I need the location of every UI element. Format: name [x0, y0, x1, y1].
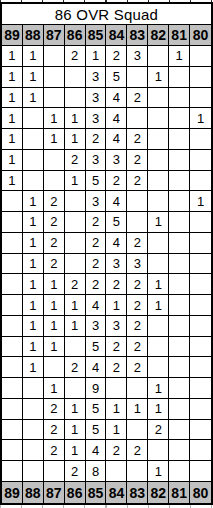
- cell-r17-ovr80: [190, 378, 211, 399]
- cell-r3-ovr82: [148, 88, 169, 109]
- cell-r8-ovr89: [2, 191, 23, 212]
- cell-r10-ovr82: [148, 233, 169, 254]
- cell-r12-ovr89: [2, 274, 23, 295]
- cell-r18-ovr86: 1: [65, 399, 86, 420]
- cell-r1-ovr85: 1: [86, 46, 107, 67]
- cell-r11-ovr83: 3: [127, 254, 148, 275]
- cell-r4-ovr84: 4: [106, 108, 127, 129]
- cell-r21-ovr82: 1: [148, 461, 169, 482]
- cell-r7-ovr84: 2: [106, 171, 127, 192]
- cell-r4-ovr88: [23, 108, 44, 129]
- cell-r6-ovr87: [44, 150, 65, 171]
- cell-r3-ovr86: [65, 88, 86, 109]
- cell-r9-ovr80: [190, 212, 211, 233]
- cell-r3-ovr80: [190, 88, 211, 109]
- header-cell-85: 85: [86, 25, 107, 46]
- cell-r15-ovr81: [169, 337, 190, 358]
- cell-r16-ovr86: 2: [65, 357, 86, 378]
- cell-r1-ovr88: 1: [23, 46, 44, 67]
- cell-r18-ovr85: 5: [86, 399, 107, 420]
- cell-r5-ovr87: 1: [44, 129, 65, 150]
- cell-r7-ovr81: [169, 171, 190, 192]
- cell-r8-ovr84: 4: [106, 191, 127, 212]
- cell-r6-ovr86: 2: [65, 150, 86, 171]
- cell-r14-ovr82: [148, 316, 169, 337]
- cell-r15-ovr84: 2: [106, 337, 127, 358]
- cell-r9-ovr81: [169, 212, 190, 233]
- cell-r10-ovr86: [65, 233, 86, 254]
- cell-r7-ovr85: 5: [86, 171, 107, 192]
- cell-r4-ovr81: [169, 108, 190, 129]
- cell-r14-ovr80: [190, 316, 211, 337]
- cell-r16-ovr80: [190, 357, 211, 378]
- cell-r4-ovr80: 1: [190, 108, 211, 129]
- header-cell-81: 81: [169, 25, 190, 46]
- cell-r8-ovr80: 1: [190, 191, 211, 212]
- cell-r16-ovr83: 2: [127, 357, 148, 378]
- cell-r20-ovr86: 1: [65, 440, 86, 461]
- cell-r11-ovr86: [65, 254, 86, 275]
- cell-r13-ovr85: 4: [86, 295, 107, 316]
- cell-r1-ovr86: 2: [65, 46, 86, 67]
- cell-r18-ovr88: [23, 399, 44, 420]
- cell-r8-ovr85: 3: [86, 191, 107, 212]
- cell-r12-ovr83: 2: [127, 274, 148, 295]
- cell-r16-ovr84: 2: [106, 357, 127, 378]
- cell-r16-ovr87: [44, 357, 65, 378]
- cell-r19-ovr83: [127, 420, 148, 441]
- cell-r2-ovr84: 5: [106, 67, 127, 88]
- cell-r20-ovr89: [2, 440, 23, 461]
- cell-r14-ovr86: 1: [65, 316, 86, 337]
- cell-r11-ovr84: 3: [106, 254, 127, 275]
- cell-r2-ovr88: 1: [23, 67, 44, 88]
- cell-r13-ovr84: 1: [106, 295, 127, 316]
- cell-r6-ovr88: [23, 150, 44, 171]
- footer-cell-82: 82: [148, 482, 169, 503]
- cell-r2-ovr81: [169, 67, 190, 88]
- cell-r5-ovr85: 2: [86, 129, 107, 150]
- cell-r14-ovr83: 2: [127, 316, 148, 337]
- cell-r19-ovr85: 5: [86, 420, 107, 441]
- cell-r3-ovr85: 3: [86, 88, 107, 109]
- cell-r15-ovr82: [148, 337, 169, 358]
- cell-r16-ovr88: 1: [23, 357, 44, 378]
- cell-r1-ovr82: [148, 46, 169, 67]
- cell-r19-ovr82: 2: [148, 420, 169, 441]
- cell-r8-ovr87: 2: [44, 191, 65, 212]
- footer-cell-81: 81: [169, 482, 190, 503]
- cell-r18-ovr81: [169, 399, 190, 420]
- cell-r20-ovr80: [190, 440, 211, 461]
- cell-r11-ovr87: 2: [44, 254, 65, 275]
- cell-r16-ovr81: [169, 357, 190, 378]
- cell-r7-ovr89: 1: [2, 171, 23, 192]
- cell-r14-ovr88: 1: [23, 316, 44, 337]
- cell-r20-ovr88: [23, 440, 44, 461]
- cell-r1-ovr84: 2: [106, 46, 127, 67]
- cell-r7-ovr86: 1: [65, 171, 86, 192]
- cell-r9-ovr84: 5: [106, 212, 127, 233]
- cell-r5-ovr89: 1: [2, 129, 23, 150]
- footer-cell-87: 87: [44, 482, 65, 503]
- cell-r4-ovr86: 1: [65, 108, 86, 129]
- cell-r3-ovr81: [169, 88, 190, 109]
- cell-r11-ovr88: 1: [23, 254, 44, 275]
- cell-r18-ovr83: 1: [127, 399, 148, 420]
- cell-r1-ovr83: 3: [127, 46, 148, 67]
- cell-r2-ovr87: [44, 67, 65, 88]
- footer-cell-85: 85: [86, 482, 107, 503]
- cell-r21-ovr80: [190, 461, 211, 482]
- cell-r20-ovr85: 4: [86, 440, 107, 461]
- cell-r2-ovr89: 1: [2, 67, 23, 88]
- cell-r2-ovr85: 3: [86, 67, 107, 88]
- cell-r11-ovr81: [169, 254, 190, 275]
- cell-r10-ovr88: 1: [23, 233, 44, 254]
- cell-r14-ovr87: 1: [44, 316, 65, 337]
- cell-r8-ovr83: [127, 191, 148, 212]
- cell-r15-ovr83: 2: [127, 337, 148, 358]
- cell-r8-ovr81: [169, 191, 190, 212]
- cell-r14-ovr89: [2, 316, 23, 337]
- cell-r17-ovr87: 1: [44, 378, 65, 399]
- cell-r14-ovr85: 3: [86, 316, 107, 337]
- cell-r9-ovr88: 1: [23, 212, 44, 233]
- cell-r1-ovr87: [44, 46, 65, 67]
- cell-r18-ovr84: 1: [106, 399, 127, 420]
- cell-r3-ovr87: [44, 88, 65, 109]
- cell-r17-ovr82: 1: [148, 378, 169, 399]
- cell-r20-ovr83: 2: [127, 440, 148, 461]
- cell-r19-ovr84: 1: [106, 420, 127, 441]
- cell-r15-ovr88: 1: [23, 337, 44, 358]
- cell-r15-ovr87: 1: [44, 337, 65, 358]
- footer-cell-84: 84: [106, 482, 127, 503]
- cell-r5-ovr82: [148, 129, 169, 150]
- cell-r10-ovr89: [2, 233, 23, 254]
- cell-r15-ovr89: [2, 337, 23, 358]
- rating-table: 86 OVR Squad 898887868584838281801121231…: [0, 2, 213, 505]
- cell-r9-ovr87: 2: [44, 212, 65, 233]
- cell-r19-ovr89: [2, 420, 23, 441]
- header-cell-80: 80: [190, 25, 211, 46]
- cell-r7-ovr80: [190, 171, 211, 192]
- cell-r11-ovr85: 2: [86, 254, 107, 275]
- cell-r5-ovr83: 2: [127, 129, 148, 150]
- cell-r10-ovr81: [169, 233, 190, 254]
- squad-rating-table-screenshot: 86 OVR Squad 898887868584838281801121231…: [0, 0, 213, 508]
- cell-r5-ovr88: [23, 129, 44, 150]
- cell-r15-ovr86: [65, 337, 86, 358]
- cell-r2-ovr80: [190, 67, 211, 88]
- cell-r13-ovr86: 1: [65, 295, 86, 316]
- cell-r19-ovr88: [23, 420, 44, 441]
- footer-cell-89: 89: [2, 482, 23, 503]
- cell-r18-ovr82: 1: [148, 399, 169, 420]
- cell-r6-ovr85: 3: [86, 150, 107, 171]
- cell-r17-ovr88: [23, 378, 44, 399]
- cell-r10-ovr80: [190, 233, 211, 254]
- cell-r12-ovr84: 2: [106, 274, 127, 295]
- cell-r21-ovr83: [127, 461, 148, 482]
- cell-r2-ovr86: [65, 67, 86, 88]
- cell-r17-ovr84: [106, 378, 127, 399]
- cell-r12-ovr85: 2: [86, 274, 107, 295]
- cell-r21-ovr84: [106, 461, 127, 482]
- footer-cell-83: 83: [127, 482, 148, 503]
- cell-r19-ovr80: [190, 420, 211, 441]
- cell-r7-ovr83: 2: [127, 171, 148, 192]
- header-cell-88: 88: [23, 25, 44, 46]
- cell-r2-ovr83: [127, 67, 148, 88]
- cell-r14-ovr84: 3: [106, 316, 127, 337]
- footer-cell-86: 86: [65, 482, 86, 503]
- header-cell-84: 84: [106, 25, 127, 46]
- header-cell-87: 87: [44, 25, 65, 46]
- cell-r11-ovr82: [148, 254, 169, 275]
- cell-r15-ovr85: 5: [86, 337, 107, 358]
- cell-r20-ovr84: 2: [106, 440, 127, 461]
- footer-cell-80: 80: [190, 482, 211, 503]
- cell-r10-ovr83: 2: [127, 233, 148, 254]
- cell-r9-ovr86: [65, 212, 86, 233]
- cell-r5-ovr84: 4: [106, 129, 127, 150]
- cell-r4-ovr83: [127, 108, 148, 129]
- cell-r7-ovr82: [148, 171, 169, 192]
- cell-r13-ovr89: [2, 295, 23, 316]
- cell-r17-ovr89: [2, 378, 23, 399]
- cell-r9-ovr89: [2, 212, 23, 233]
- cell-r9-ovr82: 1: [148, 212, 169, 233]
- cell-r17-ovr86: [65, 378, 86, 399]
- cell-r20-ovr81: [169, 440, 190, 461]
- cell-r3-ovr83: 2: [127, 88, 148, 109]
- cell-r16-ovr82: [148, 357, 169, 378]
- cell-r9-ovr83: [127, 212, 148, 233]
- cell-r13-ovr80: [190, 295, 211, 316]
- cell-r1-ovr80: [190, 46, 211, 67]
- cell-r10-ovr87: 2: [44, 233, 65, 254]
- footer-cell-88: 88: [23, 482, 44, 503]
- cell-r6-ovr83: 2: [127, 150, 148, 171]
- cell-r5-ovr80: [190, 129, 211, 150]
- cell-r5-ovr86: 1: [65, 129, 86, 150]
- cell-r12-ovr87: 1: [44, 274, 65, 295]
- cell-r6-ovr80: [190, 150, 211, 171]
- cell-r18-ovr80: [190, 399, 211, 420]
- cell-r7-ovr87: [44, 171, 65, 192]
- cell-r13-ovr88: 1: [23, 295, 44, 316]
- cell-r10-ovr84: 4: [106, 233, 127, 254]
- cell-r8-ovr82: [148, 191, 169, 212]
- cell-r11-ovr80: [190, 254, 211, 275]
- cell-r14-ovr81: [169, 316, 190, 337]
- cell-r13-ovr87: 1: [44, 295, 65, 316]
- cell-r4-ovr85: 3: [86, 108, 107, 129]
- cell-r19-ovr86: 1: [65, 420, 86, 441]
- cell-r13-ovr83: 2: [127, 295, 148, 316]
- cell-r12-ovr80: [190, 274, 211, 295]
- cell-r18-ovr89: [2, 399, 23, 420]
- cell-r21-ovr88: [23, 461, 44, 482]
- cell-r5-ovr81: [169, 129, 190, 150]
- cell-r6-ovr84: 3: [106, 150, 127, 171]
- cell-r1-ovr89: 1: [2, 46, 23, 67]
- cell-r21-ovr87: [44, 461, 65, 482]
- cell-r13-ovr82: 1: [148, 295, 169, 316]
- cell-r12-ovr82: 1: [148, 274, 169, 295]
- cell-r15-ovr80: [190, 337, 211, 358]
- header-cell-89: 89: [2, 25, 23, 46]
- cell-r20-ovr82: [148, 440, 169, 461]
- cell-r2-ovr82: 1: [148, 67, 169, 88]
- cell-r3-ovr84: 4: [106, 88, 127, 109]
- cell-r3-ovr88: 1: [23, 88, 44, 109]
- cell-r21-ovr89: [2, 461, 23, 482]
- cell-r6-ovr81: [169, 150, 190, 171]
- cell-r8-ovr88: 1: [23, 191, 44, 212]
- cell-r9-ovr85: 2: [86, 212, 107, 233]
- header-cell-83: 83: [127, 25, 148, 46]
- cell-r13-ovr81: [169, 295, 190, 316]
- cell-r17-ovr83: [127, 378, 148, 399]
- cell-r12-ovr86: 2: [65, 274, 86, 295]
- cell-r1-ovr81: 1: [169, 46, 190, 67]
- cell-r21-ovr86: 2: [65, 461, 86, 482]
- cell-r6-ovr82: [148, 150, 169, 171]
- cell-r4-ovr82: [148, 108, 169, 129]
- cell-r16-ovr89: [2, 357, 23, 378]
- cell-r19-ovr81: [169, 420, 190, 441]
- cell-r8-ovr86: [65, 191, 86, 212]
- cell-r20-ovr87: 2: [44, 440, 65, 461]
- cell-r11-ovr89: [2, 254, 23, 275]
- cell-r10-ovr85: 2: [86, 233, 107, 254]
- cell-r4-ovr89: 1: [2, 108, 23, 129]
- table-title: 86 OVR Squad: [2, 4, 211, 25]
- header-cell-82: 82: [148, 25, 169, 46]
- cell-r18-ovr87: 2: [44, 399, 65, 420]
- cell-r12-ovr81: [169, 274, 190, 295]
- cell-r21-ovr81: [169, 461, 190, 482]
- cell-r7-ovr88: [23, 171, 44, 192]
- header-cell-86: 86: [65, 25, 86, 46]
- cell-r6-ovr89: 1: [2, 150, 23, 171]
- cell-r12-ovr88: 1: [23, 274, 44, 295]
- cell-r19-ovr87: 2: [44, 420, 65, 441]
- cell-r21-ovr85: 8: [86, 461, 107, 482]
- cell-r3-ovr89: 1: [2, 88, 23, 109]
- cell-r4-ovr87: 1: [44, 108, 65, 129]
- cell-r17-ovr85: 9: [86, 378, 107, 399]
- cell-r16-ovr85: 4: [86, 357, 107, 378]
- cell-r17-ovr81: [169, 378, 190, 399]
